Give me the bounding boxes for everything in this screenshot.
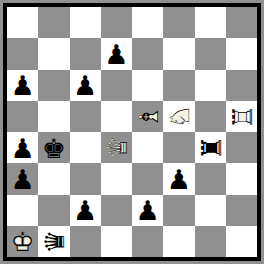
square-g6[interactable] — [195, 70, 226, 101]
square-d2[interactable] — [101, 195, 132, 226]
board-frame: ♟♟♟♟♟♟♝♗♞♘♜♖♟♟♚♚♛♕♜♜♟♟♟♟♟♟♟♟♚♔♛♛ — [3, 3, 261, 261]
chess-board: ♟♟♟♟♟♟♝♗♞♘♜♖♟♟♚♚♛♕♜♜♟♟♟♟♟♟♟♟♚♔♛♛ — [7, 7, 257, 257]
pawn-glyph: ♟ — [11, 72, 35, 99]
pawn-glyph: ♟ — [11, 134, 35, 161]
queen-glyph: ♕ — [103, 136, 130, 160]
square-b7[interactable] — [38, 38, 69, 69]
square-f1[interactable] — [163, 226, 194, 257]
square-b5[interactable] — [38, 101, 69, 132]
square-h6[interactable] — [226, 70, 257, 101]
square-c1[interactable] — [70, 226, 101, 257]
square-b4[interactable]: ♚♚ — [38, 132, 69, 163]
square-g2[interactable] — [195, 195, 226, 226]
square-f5[interactable]: ♞♘ — [163, 101, 194, 132]
square-c3[interactable] — [70, 163, 101, 194]
square-f4[interactable] — [163, 132, 194, 163]
king-glyph-fill: ♚ — [11, 228, 35, 255]
square-d5[interactable] — [101, 101, 132, 132]
white-knight-rotated-piece[interactable]: ♞♘ — [163, 101, 194, 132]
square-h7[interactable] — [226, 38, 257, 69]
black-pawn-piece[interactable]: ♟♟ — [7, 70, 38, 101]
square-h5[interactable]: ♜♖ — [226, 101, 257, 132]
square-f7[interactable] — [163, 38, 194, 69]
square-f6[interactable] — [163, 70, 194, 101]
square-f2[interactable] — [163, 195, 194, 226]
square-e4[interactable] — [132, 132, 163, 163]
square-h4[interactable] — [226, 132, 257, 163]
square-g8[interactable] — [195, 7, 226, 38]
pawn-glyph: ♟ — [11, 165, 35, 192]
square-c7[interactable] — [70, 38, 101, 69]
black-pawn-piece[interactable]: ♟♟ — [101, 38, 132, 69]
square-g5[interactable] — [195, 101, 226, 132]
square-g4[interactable]: ♜♜ — [195, 132, 226, 163]
square-a2[interactable] — [7, 195, 38, 226]
king-glyph: ♚ — [42, 134, 66, 161]
pawn-glyph: ♟ — [136, 197, 160, 224]
square-b3[interactable] — [38, 163, 69, 194]
pawn-glyph: ♟ — [73, 197, 97, 224]
rook-glyph: ♖ — [228, 104, 255, 128]
square-c5[interactable] — [70, 101, 101, 132]
square-h8[interactable] — [226, 7, 257, 38]
white-queen-rotated-piece[interactable]: ♛♕ — [101, 132, 132, 163]
square-a6[interactable]: ♟♟ — [7, 70, 38, 101]
white-king-piece[interactable]: ♚♔ — [7, 226, 38, 257]
square-b1[interactable]: ♛♛ — [38, 226, 69, 257]
square-a7[interactable] — [7, 38, 38, 69]
square-a3[interactable]: ♟♟ — [7, 163, 38, 194]
square-c6[interactable]: ♟♟ — [70, 70, 101, 101]
bishop-glyph-fill: ♝ — [134, 104, 161, 128]
black-rook-rotated-piece[interactable]: ♜♜ — [195, 132, 226, 163]
square-e1[interactable] — [132, 226, 163, 257]
bishop-glyph: ♗ — [134, 104, 161, 128]
square-g3[interactable] — [195, 163, 226, 194]
square-h3[interactable] — [226, 163, 257, 194]
square-c2[interactable]: ♟♟ — [70, 195, 101, 226]
square-c4[interactable] — [70, 132, 101, 163]
pawn-glyph: ♟ — [73, 72, 97, 99]
pawn-glyph: ♟ — [104, 40, 128, 67]
square-e5[interactable]: ♝♗ — [132, 101, 163, 132]
square-g7[interactable] — [195, 38, 226, 69]
black-pawn-piece[interactable]: ♟♟ — [132, 195, 163, 226]
square-e2[interactable]: ♟♟ — [132, 195, 163, 226]
black-king-piece[interactable]: ♚♚ — [38, 132, 69, 163]
black-pawn-piece[interactable]: ♟♟ — [70, 195, 101, 226]
square-e3[interactable] — [132, 163, 163, 194]
black-pawn-piece[interactable]: ♟♟ — [163, 163, 194, 194]
square-b2[interactable] — [38, 195, 69, 226]
square-h1[interactable] — [226, 226, 257, 257]
pawn-glyph: ♟ — [167, 165, 191, 192]
rook-glyph-fill: ♜ — [228, 104, 255, 128]
knight-glyph: ♘ — [165, 104, 192, 128]
square-b8[interactable] — [38, 7, 69, 38]
square-e6[interactable] — [132, 70, 163, 101]
square-a8[interactable] — [7, 7, 38, 38]
square-d4[interactable]: ♛♕ — [101, 132, 132, 163]
rook-glyph: ♜ — [197, 136, 224, 160]
black-pawn-piece[interactable]: ♟♟ — [70, 70, 101, 101]
square-b6[interactable] — [38, 70, 69, 101]
square-h2[interactable] — [226, 195, 257, 226]
square-a1[interactable]: ♚♔ — [7, 226, 38, 257]
square-c8[interactable] — [70, 7, 101, 38]
black-pawn-piece[interactable]: ♟♟ — [7, 163, 38, 194]
black-queen-rotated-piece[interactable]: ♛♛ — [38, 226, 69, 257]
square-e7[interactable] — [132, 38, 163, 69]
chess-diagram: ♟♟♟♟♟♟♝♗♞♘♜♖♟♟♚♚♛♕♜♜♟♟♟♟♟♟♟♟♚♔♛♛ — [0, 0, 264, 264]
square-d8[interactable] — [101, 7, 132, 38]
square-g1[interactable] — [195, 226, 226, 257]
square-d1[interactable] — [101, 226, 132, 257]
queen-glyph-fill: ♛ — [103, 136, 130, 160]
queen-glyph: ♛ — [40, 229, 67, 253]
square-f8[interactable] — [163, 7, 194, 38]
white-bishop-rotated-piece[interactable]: ♝♗ — [132, 101, 163, 132]
black-pawn-piece[interactable]: ♟♟ — [7, 132, 38, 163]
square-e8[interactable] — [132, 7, 163, 38]
square-a5[interactable] — [7, 101, 38, 132]
square-d3[interactable] — [101, 163, 132, 194]
king-glyph: ♔ — [11, 228, 35, 255]
knight-glyph-fill: ♞ — [165, 104, 192, 128]
white-rook-rotated-piece[interactable]: ♜♖ — [226, 101, 257, 132]
square-d6[interactable] — [101, 70, 132, 101]
square-f3[interactable]: ♟♟ — [163, 163, 194, 194]
square-a4[interactable]: ♟♟ — [7, 132, 38, 163]
square-d7[interactable]: ♟♟ — [101, 38, 132, 69]
